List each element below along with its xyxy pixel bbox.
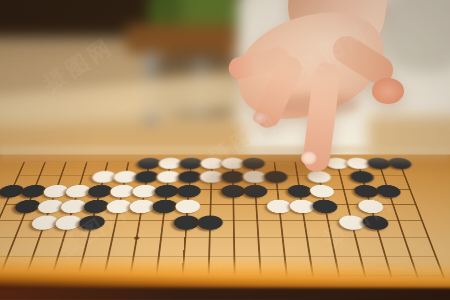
go-photo-scene: ●●●●●●●●●●●●●●●●●●●●●●●●●●●●●●●●●●●●●●●●… [0,0,450,300]
thumb-tip [372,78,404,104]
fingernail-middle [301,151,317,165]
